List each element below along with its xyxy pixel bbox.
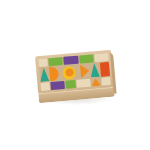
block-natural-square xyxy=(76,79,91,88)
block-teal-tri-up xyxy=(39,67,49,82)
block-red-square xyxy=(100,62,110,77)
block-orange-semi-right xyxy=(49,66,59,81)
block-green-square xyxy=(66,80,76,89)
block-green-rect xyxy=(79,54,94,63)
block-purple-rect xyxy=(64,56,79,65)
block-natural-square xyxy=(40,82,50,91)
block-natural-square xyxy=(94,53,109,62)
block-orange-tri-right xyxy=(79,64,89,79)
wooden-block-tray xyxy=(35,50,115,104)
orange-circle xyxy=(65,68,74,77)
block-orange-ring xyxy=(59,65,79,81)
block-orange-tri-up xyxy=(91,78,101,87)
block-teal-tri-up xyxy=(90,63,100,78)
block-purple-rect xyxy=(50,81,65,90)
block-natural-square xyxy=(38,58,48,67)
tray-well xyxy=(38,53,111,91)
block-green-rect xyxy=(48,57,63,66)
block-natural-square xyxy=(101,77,111,86)
yellow-ring xyxy=(62,65,76,79)
product-photo xyxy=(0,0,150,150)
